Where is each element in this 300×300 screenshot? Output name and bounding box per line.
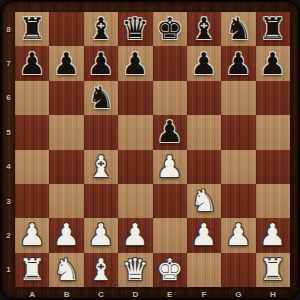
rank-label-1: 1: [2, 253, 15, 287]
square-c2[interactable]: ♟: [84, 218, 118, 252]
piece-white-queen[interactable]: ♛: [122, 253, 149, 287]
file-label-h: H: [256, 287, 290, 300]
square-g1[interactable]: [221, 253, 255, 287]
square-c7[interactable]: ♟: [84, 46, 118, 80]
rank-label-7: 7: [2, 46, 15, 80]
file-label-e: E: [153, 287, 187, 300]
square-b7[interactable]: ♟: [49, 46, 83, 80]
square-h5[interactable]: [256, 115, 290, 149]
piece-black-bishop[interactable]: ♝: [87, 12, 114, 46]
square-g5[interactable]: [221, 115, 255, 149]
piece-black-rook[interactable]: ♜: [259, 12, 286, 46]
square-c6[interactable]: ♞: [84, 81, 118, 115]
square-a4[interactable]: [15, 150, 49, 184]
square-g4[interactable]: [221, 150, 255, 184]
square-e4[interactable]: ♟: [153, 150, 187, 184]
piece-black-king[interactable]: ♚: [156, 12, 183, 46]
piece-black-pawn[interactable]: ♟: [87, 47, 114, 81]
square-g8[interactable]: ♞: [221, 12, 255, 46]
piece-white-pawn[interactable]: ♟: [87, 218, 114, 252]
square-h6[interactable]: [256, 81, 290, 115]
square-f3[interactable]: ♞: [187, 184, 221, 218]
piece-white-pawn[interactable]: ♟: [53, 218, 80, 252]
file-label-f: F: [187, 287, 221, 300]
piece-white-pawn[interactable]: ♟: [191, 218, 218, 252]
square-d5[interactable]: [118, 115, 152, 149]
piece-black-pawn[interactable]: ♟: [225, 47, 252, 81]
piece-black-knight[interactable]: ♞: [225, 12, 252, 46]
piece-white-pawn[interactable]: ♟: [225, 218, 252, 252]
square-e5[interactable]: ♟: [153, 115, 187, 149]
square-e8[interactable]: ♚: [153, 12, 187, 46]
piece-black-pawn[interactable]: ♟: [53, 47, 80, 81]
file-label-d: D: [118, 287, 152, 300]
square-b6[interactable]: [49, 81, 83, 115]
chess-app: ♜♝♛♚♝♞♜♟♟♟♟♟♟♟♞♟♝♟♞♟♟♟♟♟♟♟♜♞♝♛♚♜ 8765432…: [0, 0, 300, 300]
square-d7[interactable]: ♟: [118, 46, 152, 80]
square-a6[interactable]: [15, 81, 49, 115]
square-f8[interactable]: ♝: [187, 12, 221, 46]
file-labels: ABCDEFGH: [15, 287, 290, 300]
square-g6[interactable]: [221, 81, 255, 115]
piece-white-bishop[interactable]: ♝: [87, 150, 114, 184]
piece-white-king[interactable]: ♚: [156, 253, 183, 287]
square-d8[interactable]: ♛: [118, 12, 152, 46]
piece-black-pawn[interactable]: ♟: [122, 47, 149, 81]
square-e1[interactable]: ♚: [153, 253, 187, 287]
square-e7[interactable]: [153, 46, 187, 80]
square-g7[interactable]: ♟: [221, 46, 255, 80]
square-b1[interactable]: ♞: [49, 253, 83, 287]
square-h2[interactable]: ♟: [256, 218, 290, 252]
square-f7[interactable]: ♟: [187, 46, 221, 80]
square-c4[interactable]: ♝: [84, 150, 118, 184]
rank-label-3: 3: [2, 184, 15, 218]
piece-black-queen[interactable]: ♛: [122, 12, 149, 46]
file-label-g: G: [221, 287, 255, 300]
square-b4[interactable]: [49, 150, 83, 184]
square-f6[interactable]: [187, 81, 221, 115]
piece-white-pawn[interactable]: ♟: [19, 218, 46, 252]
square-a2[interactable]: ♟: [15, 218, 49, 252]
square-d4[interactable]: [118, 150, 152, 184]
square-h3[interactable]: [256, 184, 290, 218]
piece-white-rook[interactable]: ♜: [19, 253, 46, 287]
piece-white-rook[interactable]: ♜: [259, 253, 286, 287]
square-c8[interactable]: ♝: [84, 12, 118, 46]
piece-black-knight[interactable]: ♞: [87, 81, 114, 115]
piece-white-pawn[interactable]: ♟: [156, 150, 183, 184]
piece-black-pawn[interactable]: ♟: [191, 47, 218, 81]
square-a8[interactable]: ♜: [15, 12, 49, 46]
file-label-a: A: [15, 287, 49, 300]
square-c3[interactable]: [84, 184, 118, 218]
square-a1[interactable]: ♜: [15, 253, 49, 287]
piece-black-rook[interactable]: ♜: [19, 12, 46, 46]
square-h1[interactable]: ♜: [256, 253, 290, 287]
piece-white-bishop[interactable]: ♝: [87, 253, 114, 287]
square-b8[interactable]: [49, 12, 83, 46]
square-g3[interactable]: [221, 184, 255, 218]
square-a7[interactable]: ♟: [15, 46, 49, 80]
square-f5[interactable]: [187, 115, 221, 149]
square-b3[interactable]: [49, 184, 83, 218]
square-h8[interactable]: ♜: [256, 12, 290, 46]
square-d2[interactable]: ♟: [118, 218, 152, 252]
piece-white-knight[interactable]: ♞: [53, 253, 80, 287]
square-e6[interactable]: [153, 81, 187, 115]
rank-label-8: 8: [2, 12, 15, 46]
square-f4[interactable]: [187, 150, 221, 184]
rank-label-4: 4: [2, 150, 15, 184]
square-b5[interactable]: [49, 115, 83, 149]
piece-white-pawn[interactable]: ♟: [259, 218, 286, 252]
square-c5[interactable]: [84, 115, 118, 149]
square-c1[interactable]: ♝: [84, 253, 118, 287]
square-e2[interactable]: [153, 218, 187, 252]
square-g2[interactable]: ♟: [221, 218, 255, 252]
piece-black-pawn[interactable]: ♟: [156, 115, 183, 149]
file-label-c: C: [84, 287, 118, 300]
square-a5[interactable]: [15, 115, 49, 149]
square-f1[interactable]: [187, 253, 221, 287]
rank-label-2: 2: [2, 218, 15, 252]
piece-white-pawn[interactable]: ♟: [122, 218, 149, 252]
piece-black-pawn[interactable]: ♟: [19, 47, 46, 81]
rank-label-6: 6: [2, 81, 15, 115]
square-b2[interactable]: ♟: [49, 218, 83, 252]
file-label-b: B: [49, 287, 83, 300]
piece-white-knight[interactable]: ♞: [191, 184, 218, 218]
board-frame: ♜♝♛♚♝♞♜♟♟♟♟♟♟♟♞♟♝♟♞♟♟♟♟♟♟♟♜♞♝♛♚♜ 8765432…: [0, 0, 300, 300]
square-h7[interactable]: ♟: [256, 46, 290, 80]
rank-labels: 87654321: [2, 12, 15, 287]
piece-black-bishop[interactable]: ♝: [191, 12, 218, 46]
square-a3[interactable]: [15, 184, 49, 218]
square-d1[interactable]: ♛: [118, 253, 152, 287]
square-d3[interactable]: [118, 184, 152, 218]
square-f2[interactable]: ♟: [187, 218, 221, 252]
piece-black-pawn[interactable]: ♟: [259, 47, 286, 81]
square-h4[interactable]: [256, 150, 290, 184]
square-e3[interactable]: [153, 184, 187, 218]
square-d6[interactable]: [118, 81, 152, 115]
rank-label-5: 5: [2, 115, 15, 149]
chess-board: ♜♝♛♚♝♞♜♟♟♟♟♟♟♟♞♟♝♟♞♟♟♟♟♟♟♟♜♞♝♛♚♜: [15, 12, 290, 287]
